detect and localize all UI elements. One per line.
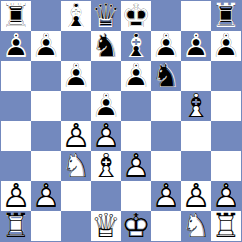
white-pawn-icon: ♟♙ — [31, 181, 61, 211]
black-rook-icon: ♜♖ — [1, 1, 31, 31]
black-pawn-icon: ♟♙ — [181, 31, 211, 61]
white-pawn-icon: ♟♙ — [151, 181, 181, 211]
white-bishop-icon: ♝♗ — [91, 151, 121, 181]
white-rook-icon: ♜♖ — [1, 211, 31, 241]
chess-board-container: ♜♖♝♗♛♕♚♔♜♖♟♙♟♙♞♘♝♗♟♙♟♙♟♙♟♙♟♙♞♘♟♙♝♗♟♙♟♙♞♘… — [0, 0, 242, 242]
square-e6[interactable]: ♟♙ — [121, 61, 151, 91]
square-d7[interactable]: ♞♘ — [91, 31, 121, 61]
white-pawn-icon: ♟♙ — [211, 181, 241, 211]
white-pawn-icon: ♟♙ — [121, 151, 151, 181]
black-knight-icon: ♞♘ — [151, 61, 181, 91]
square-b1[interactable] — [31, 211, 61, 241]
square-f4[interactable] — [151, 121, 181, 151]
black-pawn-icon: ♟♙ — [91, 91, 121, 121]
square-e2[interactable] — [121, 181, 151, 211]
black-king-icon: ♚♔ — [121, 1, 151, 31]
square-c1[interactable] — [61, 211, 91, 241]
square-d2[interactable] — [91, 181, 121, 211]
square-c6[interactable]: ♟♙ — [61, 61, 91, 91]
square-h6[interactable] — [211, 61, 241, 91]
square-g6[interactable] — [181, 61, 211, 91]
square-h1[interactable]: ♜♖ — [211, 211, 241, 241]
white-rook-icon: ♜♖ — [211, 211, 241, 241]
square-h7[interactable]: ♟♙ — [211, 31, 241, 61]
black-queen-icon: ♛♕ — [91, 1, 121, 31]
square-g7[interactable]: ♟♙ — [181, 31, 211, 61]
white-bishop-icon: ♝♗ — [181, 91, 211, 121]
black-bishop-icon: ♝♗ — [121, 31, 151, 61]
square-d3[interactable]: ♝♗ — [91, 151, 121, 181]
white-king-icon: ♚♔ — [121, 211, 151, 241]
square-a8[interactable]: ♜♖ — [1, 1, 31, 31]
white-queen-icon: ♛♕ — [91, 211, 121, 241]
square-b5[interactable] — [31, 91, 61, 121]
square-g1[interactable]: ♞♘ — [181, 211, 211, 241]
square-b6[interactable] — [31, 61, 61, 91]
chess-board: ♜♖♝♗♛♕♚♔♜♖♟♙♟♙♞♘♝♗♟♙♟♙♟♙♟♙♟♙♞♘♟♙♝♗♟♙♟♙♞♘… — [0, 0, 242, 242]
square-e8[interactable]: ♚♔ — [121, 1, 151, 31]
black-knight-icon: ♞♘ — [91, 31, 121, 61]
square-f3[interactable] — [151, 151, 181, 181]
square-c8[interactable]: ♝♗ — [61, 1, 91, 31]
white-pawn-icon: ♟♙ — [61, 121, 91, 151]
square-d4[interactable]: ♟♙ — [91, 121, 121, 151]
square-b8[interactable] — [31, 1, 61, 31]
square-e7[interactable]: ♝♗ — [121, 31, 151, 61]
square-c7[interactable] — [61, 31, 91, 61]
white-knight-icon: ♞♘ — [181, 211, 211, 241]
square-b7[interactable]: ♟♙ — [31, 31, 61, 61]
square-e4[interactable] — [121, 121, 151, 151]
square-e5[interactable] — [121, 91, 151, 121]
square-e1[interactable]: ♚♔ — [121, 211, 151, 241]
black-rook-icon: ♜♖ — [211, 1, 241, 31]
square-g3[interactable] — [181, 151, 211, 181]
square-a7[interactable]: ♟♙ — [1, 31, 31, 61]
square-b4[interactable] — [31, 121, 61, 151]
square-b3[interactable] — [31, 151, 61, 181]
square-f5[interactable] — [151, 91, 181, 121]
square-d1[interactable]: ♛♕ — [91, 211, 121, 241]
square-h4[interactable] — [211, 121, 241, 151]
white-knight-icon: ♞♘ — [61, 151, 91, 181]
square-a4[interactable] — [1, 121, 31, 151]
square-a1[interactable]: ♜♖ — [1, 211, 31, 241]
square-h5[interactable] — [211, 91, 241, 121]
square-b2[interactable]: ♟♙ — [31, 181, 61, 211]
white-pawn-icon: ♟♙ — [181, 181, 211, 211]
square-f7[interactable]: ♟♙ — [151, 31, 181, 61]
square-a3[interactable] — [1, 151, 31, 181]
square-d8[interactable]: ♛♕ — [91, 1, 121, 31]
square-a6[interactable] — [1, 61, 31, 91]
square-a2[interactable]: ♟♙ — [1, 181, 31, 211]
black-pawn-icon: ♟♙ — [31, 31, 61, 61]
square-c3[interactable]: ♞♘ — [61, 151, 91, 181]
square-f2[interactable]: ♟♙ — [151, 181, 181, 211]
square-g4[interactable] — [181, 121, 211, 151]
black-pawn-icon: ♟♙ — [61, 61, 91, 91]
square-h2[interactable]: ♟♙ — [211, 181, 241, 211]
square-c2[interactable] — [61, 181, 91, 211]
white-pawn-icon: ♟♙ — [1, 181, 31, 211]
square-g8[interactable] — [181, 1, 211, 31]
square-e3[interactable]: ♟♙ — [121, 151, 151, 181]
square-h3[interactable] — [211, 151, 241, 181]
square-g5[interactable]: ♝♗ — [181, 91, 211, 121]
black-bishop-icon: ♝♗ — [61, 1, 91, 31]
square-d5[interactable]: ♟♙ — [91, 91, 121, 121]
black-pawn-icon: ♟♙ — [211, 31, 241, 61]
square-a5[interactable] — [1, 91, 31, 121]
square-g2[interactable]: ♟♙ — [181, 181, 211, 211]
square-f1[interactable] — [151, 211, 181, 241]
square-h8[interactable]: ♜♖ — [211, 1, 241, 31]
square-d6[interactable] — [91, 61, 121, 91]
white-pawn-icon: ♟♙ — [91, 121, 121, 151]
square-c5[interactable] — [61, 91, 91, 121]
square-c4[interactable]: ♟♙ — [61, 121, 91, 151]
black-pawn-icon: ♟♙ — [1, 31, 31, 61]
black-pawn-icon: ♟♙ — [151, 31, 181, 61]
black-pawn-icon: ♟♙ — [121, 61, 151, 91]
square-f6[interactable]: ♞♘ — [151, 61, 181, 91]
square-f8[interactable] — [151, 1, 181, 31]
